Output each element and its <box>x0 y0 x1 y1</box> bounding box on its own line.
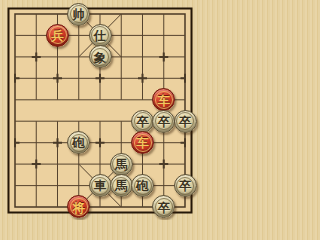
piece-glyph: 兵 <box>51 30 64 43</box>
piece-ivory-chariot[interactable]: 車 <box>89 174 112 197</box>
piece-glyph: 卒 <box>158 115 171 128</box>
piece-glyph: 车 <box>158 94 171 107</box>
piece-ivory-soldier[interactable]: 卒 <box>174 174 197 197</box>
pieces-layer: 帅兵仕象车卒卒卒砲车馬車馬砲卒将卒 <box>4 3 195 218</box>
piece-ivory-cannon[interactable]: 砲 <box>131 174 154 197</box>
piece-ivory-soldier[interactable]: 卒 <box>152 110 175 133</box>
piece-ivory-cannon[interactable]: 砲 <box>67 131 90 154</box>
piece-glyph: 车 <box>136 137 149 150</box>
piece-ivory-horse[interactable]: 馬 <box>110 174 133 197</box>
piece-glyph: 馬 <box>115 180 128 193</box>
piece-glyph: 馬 <box>115 158 128 171</box>
piece-red-chariot[interactable]: 车 <box>131 131 154 154</box>
piece-glyph: 砲 <box>73 137 86 150</box>
piece-glyph: 卒 <box>158 201 171 214</box>
piece-ivory-horse[interactable]: 馬 <box>110 153 133 176</box>
piece-glyph: 将 <box>73 201 86 214</box>
piece-ivory-soldier[interactable]: 卒 <box>152 195 175 218</box>
piece-ivory-soldier[interactable]: 卒 <box>174 110 197 133</box>
piece-glyph: 卒 <box>179 115 192 128</box>
piece-glyph: 卒 <box>179 180 192 193</box>
piece-ivory-elephant[interactable]: 象 <box>89 45 112 68</box>
piece-glyph: 卒 <box>136 115 149 128</box>
piece-ivory-advisor[interactable]: 仕 <box>89 24 112 47</box>
piece-red-soldier[interactable]: 兵 <box>46 24 69 47</box>
piece-ivory-general[interactable]: 帅 <box>67 3 90 26</box>
piece-glyph: 象 <box>94 51 107 64</box>
piece-red-chariot[interactable]: 车 <box>152 88 175 111</box>
xiangqi-board[interactable]: 帅兵仕象车卒卒卒砲车馬車馬砲卒将卒 <box>0 0 200 220</box>
piece-glyph: 砲 <box>136 180 149 193</box>
piece-glyph: 車 <box>94 180 107 193</box>
piece-ivory-soldier[interactable]: 卒 <box>131 110 154 133</box>
piece-red-general[interactable]: 将 <box>67 195 90 218</box>
piece-glyph: 帅 <box>73 8 86 21</box>
piece-glyph: 仕 <box>94 30 107 43</box>
